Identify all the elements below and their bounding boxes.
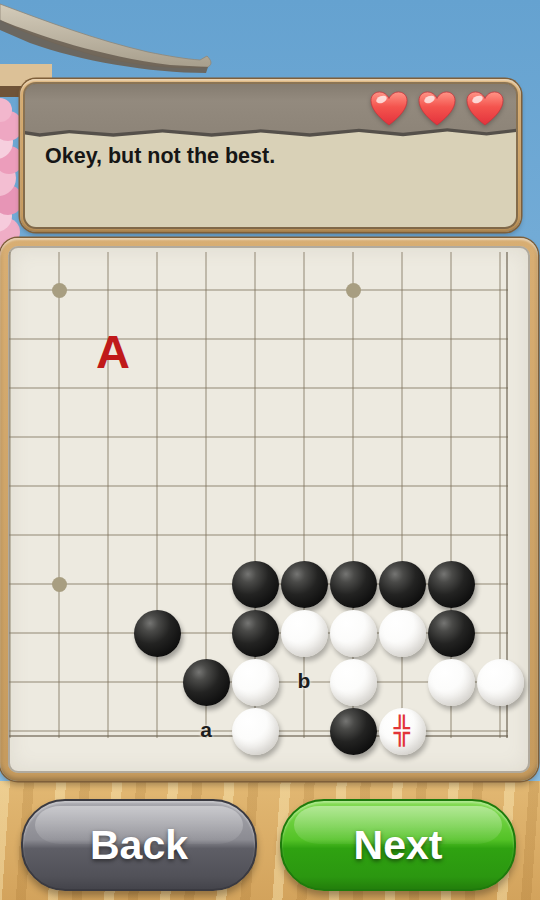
black-stone bbox=[428, 610, 475, 657]
lives-hearts bbox=[369, 90, 505, 127]
black-stone bbox=[428, 561, 475, 608]
grid-line-vertical bbox=[303, 252, 305, 738]
white-stone bbox=[477, 659, 524, 706]
star-point bbox=[52, 283, 67, 298]
white-stone bbox=[379, 610, 426, 657]
grid-line-vertical bbox=[58, 252, 60, 738]
move-option-label-b[interactable]: b bbox=[298, 669, 311, 693]
white-stone bbox=[330, 659, 377, 706]
grid-line-horizontal bbox=[9, 338, 508, 340]
back-button[interactable]: Back bbox=[21, 799, 257, 891]
white-stone bbox=[232, 659, 279, 706]
grid-line-horizontal bbox=[9, 436, 508, 438]
heart-icon bbox=[417, 90, 457, 127]
white-stone bbox=[330, 610, 377, 657]
grid-line-vertical bbox=[156, 252, 158, 738]
message-panel-inner: Okey, but not the best. bbox=[25, 84, 516, 227]
feedback-message: Okey, but not the best. bbox=[45, 144, 275, 169]
black-stone bbox=[281, 561, 328, 608]
variation-label-A: A bbox=[96, 324, 130, 379]
heart-icon bbox=[465, 90, 505, 127]
white-stone bbox=[428, 659, 475, 706]
black-stone bbox=[232, 610, 279, 657]
black-stone bbox=[183, 659, 230, 706]
next-button-label: Next bbox=[354, 822, 443, 869]
move-option-label-a[interactable]: a bbox=[200, 718, 212, 742]
back-button-label: Back bbox=[90, 822, 188, 869]
star-point bbox=[52, 577, 67, 592]
grid-line-vertical bbox=[9, 252, 11, 738]
black-stone bbox=[330, 708, 377, 755]
app-screen: Okey, but not the best. A ab╬ Back Next bbox=[0, 0, 540, 900]
star-point bbox=[346, 283, 361, 298]
black-stone bbox=[134, 610, 181, 657]
grid-line-horizontal bbox=[9, 289, 508, 291]
grid-line-horizontal bbox=[9, 485, 508, 487]
black-stone bbox=[330, 561, 377, 608]
message-panel: Okey, but not the best. bbox=[20, 79, 521, 232]
goban-panel: A ab╬ bbox=[0, 238, 538, 781]
last-move-marker-icon: ╬ bbox=[394, 715, 410, 746]
black-stone bbox=[232, 561, 279, 608]
grid-line-horizontal bbox=[9, 534, 508, 536]
next-button[interactable]: Next bbox=[280, 799, 516, 891]
white-stone bbox=[232, 708, 279, 755]
grid-line-horizontal bbox=[9, 387, 508, 389]
white-stone bbox=[281, 610, 328, 657]
grid-line-vertical bbox=[401, 252, 403, 738]
heart-icon bbox=[369, 90, 409, 127]
black-stone bbox=[379, 561, 426, 608]
goban-board[interactable]: A ab╬ bbox=[8, 246, 530, 773]
